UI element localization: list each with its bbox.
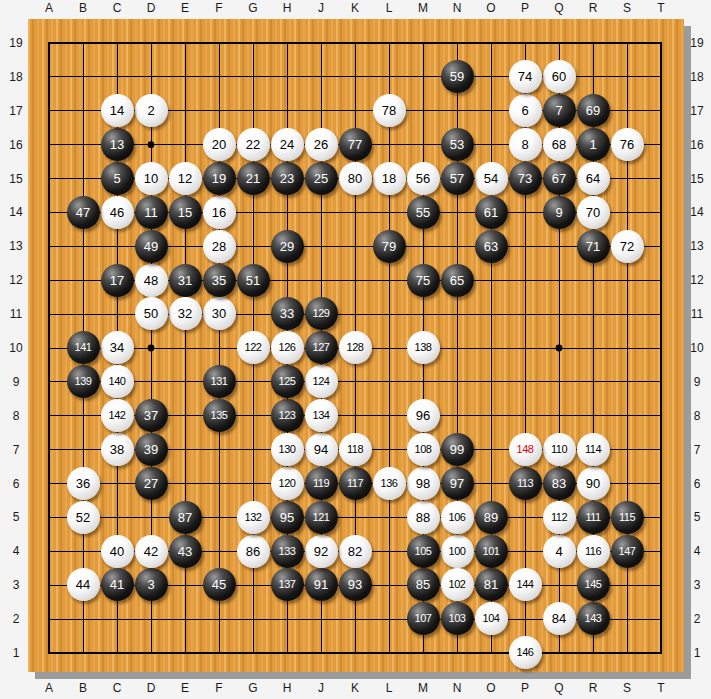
row-label-right-19: 19: [690, 36, 703, 50]
row-label-right-10: 10: [690, 341, 703, 355]
move-number: 128: [347, 342, 364, 353]
move-number: 144: [517, 579, 534, 590]
stone-black-23: 23: [271, 162, 304, 195]
move-number: 26: [314, 138, 328, 151]
column-label-bottom-D: D: [147, 681, 156, 695]
column-label-bottom-J: J: [318, 681, 324, 695]
stone-black-95: 95: [271, 501, 304, 534]
move-number: 28: [212, 240, 226, 253]
stone-white-128: 128: [339, 331, 372, 364]
move-number: 79: [382, 240, 396, 253]
stone-black-145: 145: [577, 568, 610, 601]
row-label-left-3: 3: [13, 578, 20, 592]
row-label-left-13: 13: [9, 239, 22, 253]
column-label-bottom-P: P: [521, 681, 529, 695]
stone-white-54: 54: [475, 162, 508, 195]
go-board: 1234567891011121314151617181920212223242…: [28, 19, 684, 672]
move-number: 70: [586, 206, 600, 219]
stone-black-31: 31: [169, 264, 202, 297]
stone-black-91: 91: [305, 568, 338, 601]
stone-black-57: 57: [441, 162, 474, 195]
stone-white-124: 124: [305, 365, 338, 398]
go-diagram: 1234567891011121314151617181920212223242…: [0, 0, 711, 699]
stone-white-28: 28: [203, 230, 236, 263]
stone-black-33: 33: [271, 297, 304, 330]
move-number: 60: [552, 70, 566, 83]
move-number: 100: [449, 546, 466, 557]
column-label-bottom-K: K: [351, 681, 359, 695]
stone-black-9: 9: [543, 196, 576, 229]
move-number: 111: [585, 512, 600, 523]
stone-white-146: 146: [509, 636, 542, 669]
stone-black-111: 111: [577, 501, 610, 534]
column-label-bottom-N: N: [453, 681, 462, 695]
stone-white-134: 134: [305, 399, 338, 432]
move-number: 30: [212, 307, 226, 320]
stone-black-27: 27: [135, 467, 168, 500]
move-number: 31: [178, 274, 192, 287]
stone-black-129: 129: [305, 297, 338, 330]
move-number: 68: [552, 138, 566, 151]
move-number: 21: [246, 172, 260, 185]
row-label-right-11: 11: [691, 307, 703, 321]
move-number: 34: [110, 341, 124, 354]
column-label-bottom-F: F: [215, 681, 222, 695]
move-number: 90: [586, 477, 600, 490]
stone-white-42: 42: [135, 535, 168, 568]
stone-white-116: 116: [577, 535, 610, 568]
move-number: 43: [178, 545, 192, 558]
move-number: 139: [75, 376, 92, 387]
move-number: 78: [382, 104, 396, 117]
move-number: 20: [212, 138, 226, 151]
stone-black-131: 131: [203, 365, 236, 398]
move-number: 52: [76, 511, 90, 524]
move-number: 15: [178, 206, 192, 219]
move-number: 107: [415, 613, 432, 624]
row-label-right-9: 9: [694, 375, 701, 389]
stone-black-43: 43: [169, 535, 202, 568]
stone-white-32: 32: [169, 297, 202, 330]
column-label-top-N: N: [453, 1, 462, 15]
move-number: 103: [449, 613, 466, 624]
row-label-right-4: 4: [694, 544, 701, 558]
move-number: 92: [314, 545, 328, 558]
move-number: 134: [313, 410, 330, 421]
stone-black-147: 147: [611, 535, 644, 568]
move-number: 36: [76, 477, 90, 490]
stone-black-55: 55: [407, 196, 440, 229]
stone-black-135: 135: [203, 399, 236, 432]
move-number: 8: [521, 138, 528, 151]
stone-black-133: 133: [271, 535, 304, 568]
move-number: 122: [245, 342, 262, 353]
stone-white-68: 68: [543, 128, 576, 161]
move-number: 41: [110, 578, 124, 591]
stone-white-22: 22: [237, 128, 270, 161]
stone-black-99: 99: [441, 433, 474, 466]
stone-white-136: 136: [373, 467, 406, 500]
stone-white-98: 98: [407, 467, 440, 500]
move-number: 112: [551, 512, 567, 523]
move-number: 85: [416, 578, 430, 591]
stone-white-120: 120: [271, 467, 304, 500]
move-number: 54: [484, 172, 498, 185]
stone-white-102: 102: [441, 568, 474, 601]
row-label-left-4: 4: [13, 544, 20, 558]
move-number: 77: [348, 138, 362, 151]
stone-black-97: 97: [441, 467, 474, 500]
stone-black-119: 119: [305, 467, 338, 500]
move-number: 35: [212, 274, 226, 287]
move-number: 44: [76, 578, 90, 591]
stone-black-41: 41: [101, 568, 134, 601]
stone-black-29: 29: [271, 230, 304, 263]
move-number: 9: [555, 206, 562, 219]
stone-black-67: 67: [543, 162, 576, 195]
stone-white-2: 2: [135, 94, 168, 127]
stone-black-85: 85: [407, 568, 440, 601]
move-number: 53: [450, 138, 464, 151]
column-label-top-R: R: [589, 1, 598, 15]
move-number: 71: [586, 240, 600, 253]
move-number: 126: [279, 342, 296, 353]
move-number: 135: [211, 410, 228, 421]
column-label-bottom-R: R: [589, 681, 598, 695]
stone-black-123: 123: [271, 399, 304, 432]
column-label-bottom-C: C: [113, 681, 122, 695]
stone-white-144: 144: [509, 568, 542, 601]
column-label-top-T: T: [657, 1, 664, 15]
move-number: 113: [517, 478, 533, 489]
move-number: 102: [449, 579, 466, 590]
row-label-right-15: 15: [690, 172, 703, 186]
column-label-top-O: O: [486, 1, 495, 15]
move-number: 67: [552, 172, 566, 185]
move-number: 119: [313, 478, 329, 489]
stones-grid: 1234567891011121314151617181920212223242…: [32, 26, 678, 670]
row-label-right-2: 2: [694, 612, 701, 626]
move-number: 50: [144, 307, 158, 320]
stone-white-40: 40: [101, 535, 134, 568]
stone-black-25: 25: [305, 162, 338, 195]
stone-white-60: 60: [543, 60, 576, 93]
column-label-top-B: B: [79, 1, 87, 15]
row-label-right-7: 7: [694, 443, 701, 457]
row-label-left-6: 6: [13, 477, 20, 491]
move-number: 94: [314, 443, 328, 456]
stone-white-90: 90: [577, 467, 610, 500]
column-label-top-C: C: [113, 1, 122, 15]
column-label-bottom-S: S: [623, 681, 631, 695]
move-number: 56: [416, 172, 430, 185]
move-number: 101: [483, 546, 500, 557]
stone-white-122: 122: [237, 331, 270, 364]
move-number: 38: [110, 443, 124, 456]
stone-white-76: 76: [611, 128, 644, 161]
move-number: 125: [279, 376, 296, 387]
move-number: 23: [280, 172, 294, 185]
stone-white-100: 100: [441, 535, 474, 568]
stone-white-92: 92: [305, 535, 338, 568]
stone-black-61: 61: [475, 196, 508, 229]
move-number: 49: [144, 240, 158, 253]
move-number: 17: [110, 274, 124, 287]
stone-black-21: 21: [237, 162, 270, 195]
stone-black-117: 117: [339, 467, 372, 500]
stone-white-56: 56: [407, 162, 440, 195]
stone-white-138: 138: [407, 331, 440, 364]
row-label-left-9: 9: [13, 375, 20, 389]
move-number: 136: [381, 478, 398, 489]
move-number: 145: [585, 579, 602, 590]
stone-black-11: 11: [135, 196, 168, 229]
stone-black-103: 103: [441, 602, 474, 635]
stone-black-125: 125: [271, 365, 304, 398]
move-number: 27: [144, 477, 158, 490]
row-label-left-5: 5: [13, 510, 20, 524]
row-label-right-16: 16: [690, 138, 703, 152]
column-label-top-M: M: [418, 1, 428, 15]
stone-white-132: 132: [237, 501, 270, 534]
stone-white-114: 114: [577, 433, 610, 466]
move-number: 39: [144, 443, 158, 456]
stone-black-105: 105: [407, 535, 440, 568]
move-number: 99: [450, 443, 464, 456]
move-number: 25: [314, 172, 328, 185]
stone-black-79: 79: [373, 230, 406, 263]
column-label-top-G: G: [248, 1, 257, 15]
column-label-bottom-Q: Q: [554, 681, 563, 695]
move-number: 138: [415, 342, 432, 353]
move-number: 110: [551, 444, 567, 455]
column-label-bottom-E: E: [181, 681, 189, 695]
stone-black-5: 5: [101, 162, 134, 195]
move-number: 121: [313, 512, 330, 523]
stone-black-39: 39: [135, 433, 168, 466]
move-number: 63: [484, 240, 498, 253]
stone-black-137: 137: [271, 568, 304, 601]
stone-black-81: 81: [475, 568, 508, 601]
move-number: 97: [450, 477, 464, 490]
move-number: 69: [586, 104, 600, 117]
stone-white-112: 112: [543, 501, 576, 534]
move-number: 16: [212, 206, 226, 219]
move-number: 19: [212, 172, 226, 185]
row-label-left-16: 16: [9, 138, 22, 152]
stone-black-139: 139: [67, 365, 100, 398]
stone-black-35: 35: [203, 264, 236, 297]
move-number: 146: [517, 647, 534, 658]
move-number: 89: [484, 511, 498, 524]
row-label-right-18: 18: [690, 70, 703, 84]
move-number: 65: [450, 274, 464, 287]
move-number: 45: [212, 578, 226, 591]
stone-white-6: 6: [509, 94, 542, 127]
stone-black-59: 59: [441, 60, 474, 93]
stone-white-8: 8: [509, 128, 542, 161]
stone-white-70: 70: [577, 196, 610, 229]
move-number: 96: [416, 409, 430, 422]
move-number: 84: [552, 612, 566, 625]
stone-black-19: 19: [203, 162, 236, 195]
stone-white-48: 48: [135, 264, 168, 297]
row-label-left-19: 19: [9, 36, 22, 50]
move-number: 57: [450, 172, 464, 185]
move-number: 82: [348, 545, 362, 558]
move-number: 46: [110, 206, 124, 219]
stone-white-14: 14: [101, 94, 134, 127]
stone-white-50: 50: [135, 297, 168, 330]
row-label-left-15: 15: [9, 172, 22, 186]
stone-white-64: 64: [577, 162, 610, 195]
column-label-top-F: F: [215, 1, 222, 15]
stone-white-10: 10: [135, 162, 168, 195]
stone-white-16: 16: [203, 196, 236, 229]
stone-white-110: 110: [543, 433, 576, 466]
row-label-right-12: 12: [690, 273, 703, 287]
stone-black-65: 65: [441, 264, 474, 297]
move-number: 55: [416, 206, 430, 219]
stone-white-52: 52: [67, 501, 100, 534]
move-number: 115: [619, 512, 635, 523]
move-number: 148: [517, 444, 534, 455]
row-label-right-13: 13: [690, 239, 703, 253]
column-label-top-S: S: [623, 1, 631, 15]
stone-black-77: 77: [339, 128, 372, 161]
column-label-top-Q: Q: [554, 1, 563, 15]
stone-black-87: 87: [169, 501, 202, 534]
column-label-bottom-O: O: [486, 681, 495, 695]
stone-black-15: 15: [169, 196, 202, 229]
move-number: 143: [585, 613, 602, 624]
stone-black-93: 93: [339, 568, 372, 601]
stone-black-127: 127: [305, 331, 338, 364]
stone-black-121: 121: [305, 501, 338, 534]
row-label-right-14: 14: [690, 205, 703, 219]
stone-black-37: 37: [135, 399, 168, 432]
stone-white-80: 80: [339, 162, 372, 195]
row-label-right-8: 8: [694, 409, 701, 423]
move-number: 24: [280, 138, 294, 151]
stone-black-45: 45: [203, 568, 236, 601]
move-number: 13: [110, 138, 124, 151]
stone-black-75: 75: [407, 264, 440, 297]
move-number: 2: [147, 104, 154, 117]
stone-white-38: 38: [101, 433, 134, 466]
move-number: 61: [484, 206, 498, 219]
move-number: 87: [178, 511, 192, 524]
stone-black-107: 107: [407, 602, 440, 635]
row-label-left-12: 12: [9, 273, 22, 287]
stone-white-4: 4: [543, 535, 576, 568]
stone-black-83: 83: [543, 467, 576, 500]
stone-white-84: 84: [543, 602, 576, 635]
stone-black-143: 143: [577, 602, 610, 635]
move-number: 108: [415, 444, 432, 455]
row-label-left-2: 2: [13, 612, 20, 626]
move-number: 3: [147, 578, 154, 591]
stone-white-126: 126: [271, 331, 304, 364]
row-label-right-17: 17: [690, 104, 703, 118]
move-number: 123: [279, 410, 296, 421]
stone-black-69: 69: [577, 94, 610, 127]
stone-black-7: 7: [543, 94, 576, 127]
stone-white-94: 94: [305, 433, 338, 466]
stone-white-12: 12: [169, 162, 202, 195]
row-label-right-5: 5: [694, 510, 701, 524]
move-number: 114: [585, 444, 601, 455]
move-number: 51: [246, 274, 260, 287]
move-number: 29: [280, 240, 294, 253]
move-number: 33: [280, 307, 294, 320]
stone-white-30: 30: [203, 297, 236, 330]
stone-black-13: 13: [101, 128, 134, 161]
stone-white-142: 142: [101, 399, 134, 432]
stone-black-1: 1: [577, 128, 610, 161]
stone-black-115: 115: [611, 501, 644, 534]
stone-black-47: 47: [67, 196, 100, 229]
move-number: 130: [279, 444, 296, 455]
stone-black-89: 89: [475, 501, 508, 534]
column-label-top-P: P: [521, 1, 529, 15]
column-label-bottom-T: T: [657, 681, 664, 695]
stone-black-53: 53: [441, 128, 474, 161]
stone-white-78: 78: [373, 94, 406, 127]
stone-black-101: 101: [475, 535, 508, 568]
move-number: 14: [110, 104, 124, 117]
stone-white-130: 130: [271, 433, 304, 466]
move-number: 129: [313, 308, 330, 319]
move-number: 98: [416, 477, 430, 490]
row-label-right-3: 3: [694, 578, 701, 592]
row-label-left-8: 8: [13, 409, 20, 423]
stone-white-108: 108: [407, 433, 440, 466]
column-label-bottom-G: G: [248, 681, 257, 695]
column-label-top-D: D: [147, 1, 156, 15]
stone-black-17: 17: [101, 264, 134, 297]
column-label-bottom-L: L: [386, 681, 393, 695]
stone-white-44: 44: [67, 568, 100, 601]
stone-black-71: 71: [577, 230, 610, 263]
column-label-top-K: K: [351, 1, 359, 15]
move-number: 81: [484, 578, 498, 591]
move-number: 4: [555, 545, 562, 558]
stone-white-118: 118: [339, 433, 372, 466]
row-label-left-1: 1: [13, 646, 20, 660]
move-number: 91: [314, 578, 328, 591]
move-number: 7: [555, 104, 562, 117]
move-number: 104: [483, 613, 500, 624]
row-label-left-11: 11: [10, 307, 22, 321]
move-number: 76: [620, 138, 634, 151]
move-number: 6: [521, 104, 528, 117]
move-number: 86: [246, 545, 260, 558]
row-label-left-14: 14: [9, 205, 22, 219]
stone-white-96: 96: [407, 399, 440, 432]
stone-black-3: 3: [135, 568, 168, 601]
column-label-bottom-B: B: [79, 681, 87, 695]
stone-black-73: 73: [509, 162, 542, 195]
move-number: 72: [620, 240, 634, 253]
row-label-left-10: 10: [9, 341, 22, 355]
move-number: 88: [416, 511, 430, 524]
column-label-top-E: E: [181, 1, 189, 15]
row-label-right-1: 1: [694, 646, 701, 660]
stone-white-140: 140: [101, 365, 134, 398]
stone-white-104: 104: [475, 602, 508, 635]
move-number: 22: [246, 138, 260, 151]
